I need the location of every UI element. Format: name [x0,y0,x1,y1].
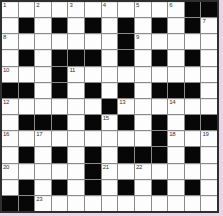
crossword-cell-white[interactable] [19,99,35,114]
crossword-cell-white[interactable] [19,67,35,82]
crossword-cell-white[interactable]: 10 [2,67,18,82]
clue-number: 19 [202,131,208,138]
crossword-cell-white[interactable] [35,164,51,179]
crossword-cell-black [19,147,35,162]
crossword-cell-black [85,18,101,33]
crossword-cell-black [135,147,151,162]
crossword-cell-white[interactable] [201,34,217,49]
crossword-cell-white[interactable] [201,164,217,179]
crossword-cell-white[interactable]: 20 [2,164,18,179]
crossword-cell-white[interactable] [85,67,101,82]
crossword-cell-white[interactable] [118,131,134,146]
clue-number: 14 [169,99,175,106]
crossword-cell-black [185,2,201,17]
crossword-cell-white[interactable]: 23 [35,196,51,211]
crossword-cell-white[interactable] [68,83,84,98]
crossword-cell-black [168,83,184,98]
crossword-cell-white[interactable] [168,67,184,82]
crossword-cell-white[interactable]: 12 [2,99,18,114]
clue-number: 5 [136,2,139,9]
crossword-cell-white[interactable] [52,196,68,211]
crossword-cell-black [201,2,217,17]
crossword-cell-black [2,196,18,211]
crossword-cell-black [85,147,101,162]
crossword-cell-white[interactable] [201,99,217,114]
crossword-cell-white[interactable]: 7 [201,18,217,33]
crossword-cell-white[interactable] [52,164,68,179]
crossword-cell-black [118,18,134,33]
crossword-cell-black [185,180,201,195]
crossword-cell-white[interactable] [2,180,18,195]
crossword-cell-white[interactable] [2,115,18,130]
clue-number: 13 [119,99,125,106]
crossword-cell-white[interactable] [19,34,35,49]
crossword-cell-black [185,83,201,98]
crossword-cell-black [52,18,68,33]
clue-number: 23 [36,196,42,203]
crossword-cell-white[interactable]: 11 [68,67,84,82]
crossword-cell-white[interactable] [35,180,51,195]
crossword-cell-white[interactable] [185,164,201,179]
crossword-cell-black [19,83,35,98]
crossword-cell-white[interactable]: 3 [68,2,84,17]
crossword-cell-white[interactable] [35,18,51,33]
crossword-cell-white[interactable]: 22 [135,164,151,179]
crossword-cell-black [19,115,35,130]
crossword-cell-white[interactable] [85,99,101,114]
crossword-cell-white[interactable] [135,180,151,195]
crossword-cell-white[interactable] [68,180,84,195]
crossword-cell-black [19,18,35,33]
crossword-cell-white[interactable]: 4 [102,2,118,17]
crossword-cell-black [185,18,201,33]
crossword-cell-black [152,180,168,195]
crossword-cell-white[interactable] [35,50,51,65]
crossword-cell-white[interactable] [102,147,118,162]
crossword-cell-white[interactable] [19,164,35,179]
crossword-cell-white[interactable]: 1 [2,2,18,17]
crossword-cell-white[interactable] [35,99,51,114]
clue-number: 1 [3,2,6,9]
crossword-cell-black [52,83,68,98]
crossword-cell-black [152,147,168,162]
crossword-cell-black [185,147,201,162]
crossword-cell-white[interactable] [102,196,118,211]
crossword-cell-white[interactable] [19,131,35,146]
crossword-cell-white[interactable] [118,164,134,179]
crossword-cell-white[interactable]: 9 [135,34,151,49]
clue-number: 10 [3,67,9,74]
crossword-cell-black [201,115,217,130]
clue-number: 16 [3,131,9,138]
clue-number: 21 [103,164,109,171]
crossword-cell-white[interactable] [135,196,151,211]
crossword-cell-white[interactable] [102,83,118,98]
crossword-cell-white[interactable]: 5 [135,2,151,17]
crossword-grid: 1234567891011121314151617181920212223 [0,0,219,213]
crossword-cell-white[interactable] [185,99,201,114]
crossword-cell-white[interactable] [102,131,118,146]
crossword-cell-white[interactable] [68,18,84,33]
crossword-cell-white[interactable] [52,34,68,49]
crossword-cell-black [118,147,134,162]
crossword-cell-white[interactable] [201,180,217,195]
crossword-cell-white[interactable] [201,50,217,65]
clue-number: 12 [3,99,9,106]
crossword-cell-white[interactable] [19,2,35,17]
crossword-cell-white[interactable] [2,18,18,33]
crossword-cell-white[interactable] [201,196,217,211]
crossword-cell-black [185,115,201,130]
crossword-cell-white[interactable]: 8 [2,34,18,49]
crossword-cell-white[interactable] [68,99,84,114]
crossword-cell-white[interactable]: 18 [168,131,184,146]
crossword-cell-white[interactable] [168,147,184,162]
crossword-cell-white[interactable]: 6 [168,2,184,17]
crossword-cell-black [85,164,101,179]
crossword-cell-white[interactable]: 17 [35,131,51,146]
page-background: 1234567891011121314151617181920212223 [0,0,223,216]
crossword-cell-white[interactable] [2,50,18,65]
crossword-cell-black [52,180,68,195]
clue-number: 7 [202,18,205,25]
crossword-cell-white[interactable] [135,83,151,98]
crossword-cell-white[interactable] [185,67,201,82]
crossword-cell-black [19,196,35,211]
crossword-cell-black [19,180,35,195]
crossword-cell-white[interactable] [68,196,84,211]
crossword-cell-white[interactable]: 19 [201,131,217,146]
crossword-cell-white[interactable] [68,115,84,130]
crossword-cell-white[interactable] [52,99,68,114]
crossword-cell-white[interactable] [152,164,168,179]
clue-number: 18 [169,131,175,138]
clue-number: 9 [136,34,139,41]
crossword-cell-white[interactable] [152,196,168,211]
crossword-cell-white[interactable] [185,34,201,49]
crossword-cell-black [152,131,168,146]
clue-number: 15 [103,115,109,122]
clue-number: 17 [36,131,42,138]
crossword-cell-white[interactable] [68,131,84,146]
crossword-cell-white[interactable] [135,18,151,33]
crossword-cell-white[interactable] [135,115,151,130]
crossword-cell-white[interactable] [102,67,118,82]
crossword-cell-black [118,115,134,130]
crossword-cell-white[interactable] [102,180,118,195]
clue-number: 4 [103,2,106,9]
crossword-cell-white[interactable] [2,147,18,162]
clue-number: 2 [36,2,39,9]
crossword-cell-black [118,34,134,49]
crossword-cell-white[interactable] [52,131,68,146]
crossword-cell-black [102,99,118,114]
crossword-cell-black [52,50,68,65]
crossword-cell-black [52,67,68,82]
crossword-cell-white[interactable] [68,164,84,179]
crossword-cell-black [35,115,51,130]
crossword-cell-white[interactable] [201,67,217,82]
crossword-cell-white[interactable] [118,196,134,211]
crossword-cell-black [85,50,101,65]
crossword-cell-white[interactable] [68,34,84,49]
crossword-cell-white[interactable] [168,115,184,130]
crossword-cell-black [85,83,101,98]
crossword-cell-white[interactable] [135,67,151,82]
crossword-cell-black [52,115,68,130]
crossword-cell-white[interactable] [168,18,184,33]
crossword-cell-black [85,115,101,130]
crossword-cell-white[interactable]: 16 [2,131,18,146]
crossword-cell-white[interactable] [135,50,151,65]
crossword-cell-white[interactable] [135,131,151,146]
crossword-cell-white[interactable] [35,67,51,82]
clue-number: 20 [3,164,9,171]
crossword-cell-white[interactable] [152,99,168,114]
crossword-cell-white[interactable] [35,147,51,162]
crossword-cell-white[interactable] [85,2,101,17]
crossword-cell-black [118,50,134,65]
crossword-cell-black [85,180,101,195]
crossword-cell-white[interactable] [35,83,51,98]
crossword-cell-white[interactable] [185,131,201,146]
crossword-cell-white[interactable] [152,67,168,82]
crossword-cell-white[interactable] [102,50,118,65]
clue-number: 8 [3,34,6,41]
crossword-cell-black [152,50,168,65]
crossword-cell-white[interactable] [168,50,184,65]
crossword-cell-white[interactable]: 2 [35,2,51,17]
crossword-cell-white[interactable] [52,2,68,17]
crossword-cell-white[interactable] [85,34,101,49]
crossword-cell-white[interactable]: 21 [102,164,118,179]
crossword-cell-white[interactable] [201,83,217,98]
crossword-cell-white[interactable] [168,34,184,49]
crossword-cell-black [118,83,134,98]
crossword-cell-black [52,147,68,162]
crossword-cell-white[interactable] [201,147,217,162]
crossword-cell-black [68,50,84,65]
crossword-cell-white[interactable] [102,34,118,49]
crossword-cell-white[interactable]: 14 [168,99,184,114]
crossword-cell-white[interactable] [185,196,201,211]
crossword-cell-white[interactable] [168,164,184,179]
clue-number: 6 [169,2,172,9]
crossword-cell-white[interactable] [85,131,101,146]
crossword-cell-black [152,115,168,130]
crossword-cell-white[interactable] [118,67,134,82]
crossword-cell-white[interactable]: 15 [102,115,118,130]
crossword-cell-white[interactable]: 13 [118,99,134,114]
crossword-cell-white[interactable] [135,99,151,114]
clue-number: 22 [136,164,142,171]
crossword-cell-black [2,83,18,98]
crossword-cell-black [152,83,168,98]
crossword-cell-white[interactable] [68,147,84,162]
crossword-cell-white[interactable] [168,180,184,195]
crossword-cell-white[interactable] [85,196,101,211]
crossword-cell-white[interactable] [118,2,134,17]
clue-number: 3 [69,2,72,9]
crossword-cell-black [19,50,35,65]
crossword-cell-black [152,18,168,33]
crossword-cell-white[interactable] [152,2,168,17]
crossword-cell-white[interactable] [102,18,118,33]
crossword-cell-white[interactable] [35,34,51,49]
crossword-cell-white[interactable] [168,196,184,211]
clue-number: 11 [69,67,75,74]
crossword-cell-white[interactable] [152,34,168,49]
crossword-cell-black [118,180,134,195]
crossword-cell-black [185,50,201,65]
